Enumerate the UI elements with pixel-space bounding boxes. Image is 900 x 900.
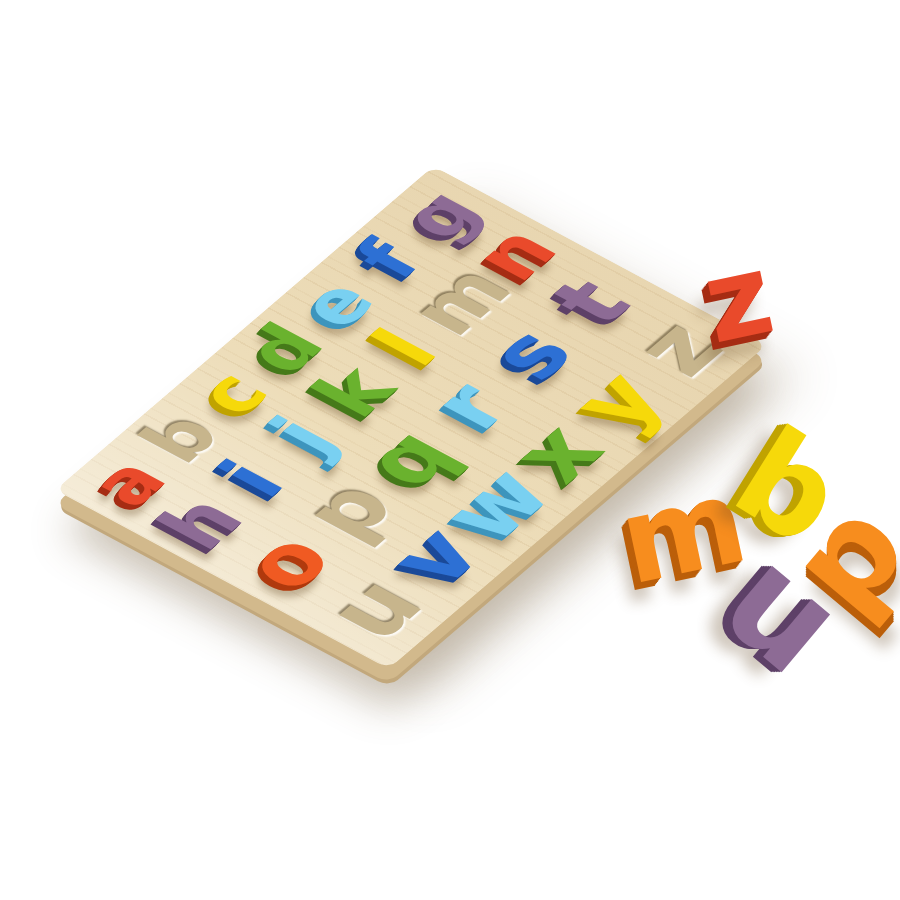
photo-background: abcdefghijklmnopqrstuvwxyz zmbpu: [0, 0, 900, 900]
